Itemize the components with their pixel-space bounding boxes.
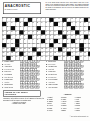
puzzle-byline: by Grace M. Porter: [5, 9, 40, 11]
cell-number: 147: [63, 52, 65, 53]
cell-number: 113: [67, 43, 69, 44]
cell-number: 70: [15, 35, 16, 36]
cell-number: 19: [15, 22, 16, 23]
cell-number: 114: [71, 43, 73, 44]
cell-number: 24: [41, 22, 42, 23]
clue-text: Warm glow: [48, 81, 63, 83]
cell-number: 97: [67, 39, 68, 40]
clue-lists: A.Roamer; nomad12345678B.Full of pep9101…: [2, 60, 89, 89]
cell-number: 134: [88, 48, 90, 49]
cell-number: 137: [11, 52, 13, 53]
cell-number: 163: [63, 56, 65, 57]
cell-number: 151: [84, 52, 86, 53]
cell-number: 2: [7, 18, 8, 19]
cell-number: 75: [41, 35, 42, 36]
cell-number: 120: [15, 48, 17, 49]
cell-number: 162: [58, 56, 60, 57]
cell-number: 44: [54, 26, 55, 27]
cell-number: 110: [45, 43, 47, 44]
cell-number: 129: [63, 48, 65, 49]
cell-number: 165: [71, 56, 73, 57]
cell-number: 23: [37, 22, 38, 23]
cell-number: 9: [45, 18, 46, 19]
clue-text: Deep in thought: [48, 79, 63, 81]
answer-box[interactable]: 23: [37, 65, 39, 67]
cell-number: 136: [7, 52, 9, 53]
clue-item: V.Merry-go-round161162163164165166167168: [46, 86, 89, 89]
cell-number: 16: [88, 18, 89, 19]
cell-number: 121: [20, 48, 22, 49]
cell-number: 154: [15, 56, 17, 57]
puzzle-page: ANACROSTIC by Grace M. Porter Fill in th…: [0, 0, 90, 121]
answer-box[interactable]: 145: [81, 78, 83, 80]
answer-word-list: ANSWERS A. BasketB. CandleC. MeadowD. So…: [47, 91, 89, 112]
clue-text: Buried riches: [48, 61, 63, 63]
cell-number: 93: [45, 39, 46, 40]
cell-number: 51: [3, 31, 4, 32]
clue-text: Night light: [48, 68, 63, 70]
cell-number: 55: [24, 31, 25, 32]
cell-number: 108: [37, 43, 39, 44]
cell-number: 78: [54, 35, 55, 36]
cell-number: 118: [3, 48, 5, 49]
cell-number: 106: [28, 43, 30, 44]
cell-number: 79: [58, 35, 59, 36]
cell-number: 81: [71, 35, 72, 36]
cell-number: 76: [45, 35, 46, 36]
cell-number: 40: [33, 26, 34, 27]
cell-number: 37: [20, 26, 21, 27]
clue-text: Two-mast ship: [48, 66, 63, 68]
cell-number: 155: [20, 56, 22, 57]
clue-item: K.Men of the sea7778798081828384: [2, 86, 45, 89]
cell-number: 32: [84, 22, 85, 23]
cell-number: 101: [88, 39, 90, 40]
cell-number: 107: [33, 43, 35, 44]
cell-number: 66: [84, 31, 85, 32]
answer-box[interactable]: 46: [37, 73, 39, 75]
cell-number: 87: [11, 39, 12, 40]
cell-number: 1: [3, 18, 4, 19]
cell-number: 47: [67, 26, 68, 27]
cell-number: 131: [71, 48, 73, 49]
answer-boxes: 7778798081828384: [20, 86, 40, 88]
cell-number: 91: [33, 39, 34, 40]
cell-number: 100: [84, 39, 86, 40]
answer-box[interactable]: 84: [37, 86, 39, 88]
cell-number: 73: [33, 35, 34, 36]
answer-box[interactable]: 168: [81, 86, 83, 88]
cell-number: 35: [7, 26, 8, 27]
cell-number: 15: [80, 18, 81, 19]
cell-number: 3: [11, 18, 12, 19]
clue-text: Spring blooms: [4, 84, 19, 86]
cell-number: 156: [24, 56, 26, 57]
answers-list-item: T. Ember: [61, 109, 75, 111]
cell-number: 157: [33, 56, 35, 57]
cell-number: 72: [24, 35, 25, 36]
quote-attribution: —Margaret Lee Runbeck, A Marriage in the…: [12, 101, 45, 104]
bottom-section: ANSWER TO LAST WEEK'S ANACROSTIC Happine…: [3, 91, 89, 112]
cell-number: 46: [63, 26, 64, 27]
cell-number: 85: [3, 39, 4, 40]
answer-quote: Happiness is not a station you arrive at…: [3, 98, 44, 101]
clue-text: Full of pep: [4, 63, 19, 65]
cell-number: 141: [33, 52, 35, 53]
cell-number: 86: [7, 39, 8, 40]
cell-number: 13: [71, 18, 72, 19]
cell-number: 116: [84, 43, 86, 44]
cell-number: 132: [76, 48, 78, 49]
clue-text: Crop gathering: [4, 76, 19, 78]
cell-number: 53: [11, 31, 12, 32]
cell-number: 127: [50, 48, 52, 49]
cell-number: 95: [58, 39, 59, 40]
answer-box[interactable]: 130: [81, 73, 83, 75]
cell-number: 80: [67, 35, 68, 36]
cell-number: 61: [54, 31, 55, 32]
cell-number: 50: [84, 26, 85, 27]
cell-number: 88: [20, 39, 21, 40]
cell-number: 5: [24, 18, 25, 19]
cell-number: 4: [20, 18, 21, 19]
cell-number: 149: [76, 52, 78, 53]
cell-number: 64: [71, 31, 72, 32]
masthead: ANACROSTIC by Grace M. Porter Fill in th…: [3, 2, 89, 15]
cell-number: 98: [76, 39, 77, 40]
cell-number: 14: [76, 18, 77, 19]
cell-number: 146: [58, 52, 60, 53]
clue-text: Family keepsake: [48, 84, 63, 86]
cell-number: 26: [50, 22, 51, 23]
page-scale-wrapper: ANACROSTIC by Grace M. Porter Fill in th…: [0, 0, 90, 121]
answer-heading-box: ANSWER TO LAST WEEK'S ANACROSTIC: [3, 91, 41, 97]
answer-box[interactable]: 61: [37, 78, 39, 80]
cell-number: 159: [41, 56, 43, 57]
cell-number: 84: [88, 35, 89, 36]
cell-number: 82: [76, 35, 77, 36]
cell-number: 152: [3, 56, 5, 57]
cell-number: 48: [76, 26, 77, 27]
clue-column-right: L.Buried riches8586878889909192M.Brave; …: [46, 60, 89, 89]
cell-number: 60: [50, 31, 51, 32]
cell-number: 41: [41, 26, 42, 27]
cell-number: 168: [88, 56, 90, 57]
title-box: ANACROSTIC by Grace M. Porter: [3, 3, 41, 15]
cell-number: 122: [24, 48, 26, 49]
clue-text: Evening song: [48, 76, 63, 78]
cell-number: 92: [37, 39, 38, 40]
cell-number: 111: [54, 43, 56, 44]
cell-number: 160: [45, 56, 47, 57]
cell-number: 124: [37, 48, 39, 49]
answers-list-item: U. Cinder: [75, 109, 89, 111]
cell-number: 68: [3, 35, 4, 36]
cell-number: 43: [50, 26, 51, 27]
cell-number: 52: [7, 31, 8, 32]
cell-number: 144: [50, 52, 52, 53]
cell-number: 105: [24, 43, 26, 44]
clue-text: Great mishap: [4, 74, 19, 76]
cell-number: 7: [37, 18, 38, 19]
cell-number: 133: [84, 48, 86, 49]
cell-number: 69: [11, 35, 12, 36]
cell-number: 8: [41, 18, 42, 19]
clue-text: Place to live: [4, 71, 19, 73]
cell-number: 6: [33, 18, 34, 19]
cell-number: 34: [3, 26, 4, 27]
cell-number: 56: [28, 31, 29, 32]
answers-list-item: S. Morsel: [47, 109, 61, 111]
cell-number: 140: [28, 52, 30, 53]
answer-box[interactable]: 92: [81, 60, 83, 62]
cell-number: 29: [71, 22, 72, 23]
cell-number: 21: [28, 22, 29, 23]
cell-number: 128: [54, 48, 56, 49]
cell-number: 63: [67, 31, 68, 32]
cell-number: 39: [28, 26, 29, 27]
clue-text: Deep green gem: [4, 68, 19, 70]
answer-heading-line2: ANACROSTIC: [5, 94, 40, 96]
cell-number: 143: [45, 52, 47, 53]
cell-number: 49: [80, 26, 81, 27]
cell-number: 74: [37, 35, 38, 36]
cell-number: 123: [28, 48, 30, 49]
cell-number: 33: [88, 22, 89, 23]
cell-number: 25: [45, 22, 46, 23]
cell-number: 31: [80, 22, 81, 23]
cell-number: 158: [37, 56, 39, 57]
cell-number: 89: [24, 39, 25, 40]
cell-number: 59: [45, 31, 46, 32]
cell-number: 161: [50, 56, 52, 57]
instructions-text: Fill in the words below from their clues…: [46, 2, 89, 15]
cell-number: 119: [7, 48, 9, 49]
cell-number: 135: [3, 52, 5, 53]
cell-number: 65: [80, 31, 81, 32]
cell-number: 153: [11, 56, 13, 57]
cell-number: 94: [50, 39, 51, 40]
cell-number: 11: [58, 18, 59, 19]
cell-number: 67: [88, 31, 89, 32]
cell-number: 102: [7, 43, 9, 44]
cell-number: 104: [20, 43, 22, 44]
cell-number: 10: [54, 18, 55, 19]
clue-text: Playful fancy: [48, 71, 63, 73]
cell-number: 117: [88, 43, 90, 44]
cell-number: 164: [67, 56, 69, 57]
clue-text: Men of the sea: [4, 87, 19, 89]
clue-text: Brave; noble: [48, 63, 63, 65]
last-week-answer: ANSWER TO LAST WEEK'S ANACROSTIC Happine…: [3, 91, 44, 112]
cell-number: 17: [7, 22, 8, 23]
cell-number: 166: [80, 56, 82, 57]
cell-number: 45: [58, 26, 59, 27]
cell-number: 42: [45, 26, 46, 27]
clue-column-left: A.Roamer; nomad12345678B.Full of pep9101…: [2, 60, 45, 89]
cell-number: 145: [54, 52, 56, 53]
cell-number: 22: [33, 22, 34, 23]
cell-number: 38: [24, 26, 25, 27]
cell-number: 30: [76, 22, 77, 23]
cell-number: 83: [80, 35, 81, 36]
clue-text: Alarm; startle: [4, 66, 19, 68]
cell-number: 27: [58, 22, 59, 23]
clue-text: Sky meets sea: [48, 74, 63, 76]
cell-number: 77: [50, 35, 51, 36]
cell-number: 109: [41, 43, 43, 44]
puzzle-title: ANACROSTIC: [5, 4, 40, 8]
clue-text: Merry-go-round: [48, 87, 63, 89]
acrostic-grid: 1234567891011121314151617181920212223242…: [2, 18, 90, 61]
answer-box[interactable]: 8: [37, 60, 39, 62]
cell-number: 126: [45, 48, 47, 49]
cell-number: 112: [58, 43, 60, 44]
answers-list: A. BasketB. CandleC. MeadowD. SonnetE. H…: [47, 96, 89, 111]
answer-boxes: 161162163164165166167168: [64, 86, 84, 88]
cell-number: 71: [20, 35, 21, 36]
copyright-line: © 1984 United Feature Syndicate, Inc.: [70, 116, 89, 117]
answer-box[interactable]: 107: [81, 65, 83, 67]
clue-text: Of grand song: [4, 79, 19, 81]
cell-number: 167: [84, 56, 86, 57]
cell-number: 58: [37, 31, 38, 32]
cell-number: 142: [41, 52, 43, 53]
cell-number: 36: [15, 26, 16, 27]
cell-number: 99: [80, 39, 81, 40]
cell-number: 115: [76, 43, 78, 44]
attribution-source: A Marriage in the Family: [12, 103, 45, 105]
cell-number: 139: [24, 52, 26, 53]
cell-number: 12: [67, 18, 68, 19]
cell-number: 54: [15, 31, 16, 32]
cell-number: 57: [33, 31, 34, 32]
cell-number: 62: [63, 31, 64, 32]
cell-number: 20: [20, 22, 21, 23]
cell-number: 130: [67, 48, 69, 49]
cell-number: 150: [80, 52, 82, 53]
cell-number: 125: [41, 48, 43, 49]
cell-number: 18: [11, 22, 12, 23]
cell-number: 90: [28, 39, 29, 40]
cell-number: 148: [71, 52, 73, 53]
clue-text: Roamer; nomad: [4, 61, 19, 63]
cell-number: 138: [15, 52, 17, 53]
cell-number: 96: [63, 39, 64, 40]
cell-number: 28: [63, 22, 64, 23]
clue-text: Long trip: [4, 81, 19, 83]
cell-number: 103: [11, 43, 13, 44]
